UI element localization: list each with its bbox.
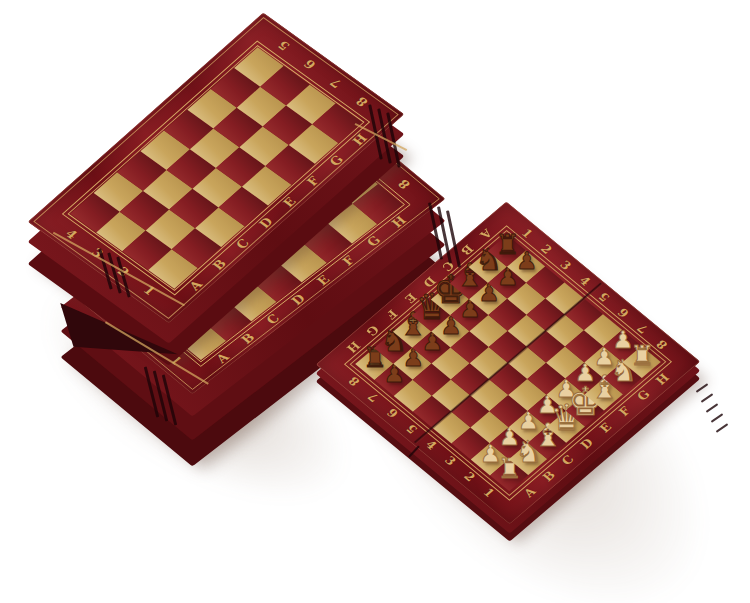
hinge-groove [711, 413, 724, 423]
coordinate-glyph: 7 [327, 76, 344, 90]
hinge-groove [696, 383, 709, 393]
hinge-groove [706, 403, 719, 413]
chess-set-product-photo: ABCDEFGH43215678 ABCDEFGH43215678 HGFEDC… [0, 0, 750, 603]
coordinate-glyph: 6 [301, 58, 318, 72]
coordinate-glyph: D [578, 437, 595, 451]
coordinate-glyph: A [213, 351, 231, 365]
coordinate-glyph: H [653, 372, 671, 387]
coordinate-glyph: A [522, 485, 538, 499]
coordinate-glyph: H [345, 339, 363, 354]
coordinate-glyph: D [256, 215, 275, 230]
coordinate-glyph: F [384, 308, 400, 321]
coordinate-glyph: 1 [519, 227, 535, 240]
coordinate-glyph: B [210, 257, 228, 272]
coordinate-glyph: 2 [462, 470, 478, 483]
coordinate-glyph: C [264, 312, 282, 326]
coordinate-glyph: 1 [481, 486, 497, 499]
coordinate-glyph: E [314, 273, 331, 287]
hinge-groove [716, 423, 729, 433]
coordinate-glyph: 8 [395, 177, 412, 190]
coordinate-glyph: A [187, 278, 205, 292]
coordinate-glyph: 6 [385, 407, 401, 420]
coordinate-glyph: 5 [404, 422, 420, 435]
closed-chess-box-upper: ABCDEFGH43215678 [40, 73, 392, 263]
coordinate-glyph: G [635, 388, 652, 402]
coordinate-glyph: B [459, 243, 476, 257]
coordinate-glyph: 4 [577, 275, 593, 288]
coordinate-glyph: 8 [353, 95, 370, 109]
coordinate-glyph: 8 [654, 338, 670, 351]
coordinate-glyph: 7 [366, 391, 382, 404]
coordinate-glyph: 3 [558, 259, 574, 272]
coordinate-glyph: 2 [539, 243, 555, 256]
coordinate-glyph: 7 [635, 322, 651, 335]
coordinate-glyph: B [540, 469, 557, 483]
piece-white-rook: ♜ [630, 342, 654, 369]
coordinate-glyph: B [238, 331, 256, 346]
chess-board-face: HGFEDCBAABCDEFGH8765432112345678♜♞♝♛♚♝♞♜… [316, 201, 701, 524]
coordinate-glyph: 5 [275, 39, 292, 53]
coordinate-glyph: F [304, 174, 321, 187]
coordinate-glyph: 3 [443, 454, 459, 467]
coordinate-glyph: D [288, 292, 306, 307]
coordinate-glyph: 8 [346, 375, 362, 388]
coordinate-glyph: 6 [616, 306, 632, 319]
coordinate-glyph: G [364, 324, 381, 338]
coordinate-glyph: E [280, 195, 298, 209]
coordinate-glyph: C [233, 236, 251, 250]
hinge-groove [701, 393, 714, 403]
coordinate-glyph: F [617, 405, 633, 418]
coordinate-glyph: C [559, 453, 576, 467]
coordinate-glyph: H [350, 132, 369, 147]
coordinate-glyph: A [478, 227, 494, 241]
piece-black-pawn: ♟ [515, 249, 537, 273]
coordinate-glyph: 4 [423, 438, 439, 451]
coordinate-glyph: 5 [596, 290, 612, 303]
coordinate-glyph: G [327, 153, 345, 168]
open-chess-board: HGFEDCBAABCDEFGH8765432112345678♜♞♝♛♚♝♞♜… [372, 227, 644, 499]
